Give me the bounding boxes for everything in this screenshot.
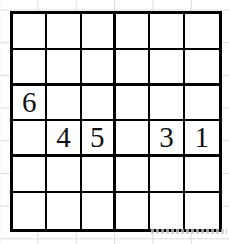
sudoku-board: 64531 — [10, 11, 222, 232]
cell-r6c5[interactable] — [150, 193, 184, 229]
cell-r5c1[interactable] — [13, 157, 47, 193]
cell-r6c6[interactable] — [185, 193, 219, 229]
cell-r1c1[interactable] — [13, 14, 47, 50]
cell-r6c4[interactable] — [116, 193, 150, 229]
cell-r3c6[interactable] — [185, 86, 219, 122]
cell-r4c4[interactable] — [116, 121, 150, 157]
cell-r3c4[interactable] — [116, 86, 150, 122]
cell-r4c2[interactable]: 4 — [47, 121, 81, 157]
cell-r5c4[interactable] — [116, 157, 150, 193]
cell-r1c2[interactable] — [47, 14, 81, 50]
cell-r1c6[interactable] — [185, 14, 219, 50]
cell-r6c3[interactable] — [82, 193, 116, 229]
cell-r2c5[interactable] — [150, 50, 184, 86]
cell-r6c2[interactable] — [47, 193, 81, 229]
cell-r2c3[interactable] — [82, 50, 116, 86]
cell-r1c4[interactable] — [116, 14, 150, 50]
cell-r4c5[interactable]: 3 — [150, 121, 184, 157]
cell-r2c1[interactable] — [13, 50, 47, 86]
cell-r2c6[interactable] — [185, 50, 219, 86]
cell-r1c3[interactable] — [82, 14, 116, 50]
cell-r4c6[interactable]: 1 — [185, 121, 219, 157]
cell-r3c3[interactable] — [82, 86, 116, 122]
cell-r3c1[interactable]: 6 — [13, 86, 47, 122]
cell-r5c5[interactable] — [150, 157, 184, 193]
cell-r5c2[interactable] — [47, 157, 81, 193]
spreadsheet-background: 64531 — [0, 0, 229, 244]
cell-r5c6[interactable] — [185, 157, 219, 193]
cell-r4c3[interactable]: 5 — [82, 121, 116, 157]
cell-r2c2[interactable] — [47, 50, 81, 86]
cell-r4c1[interactable] — [13, 121, 47, 157]
cell-r3c5[interactable] — [150, 86, 184, 122]
cell-r6c1[interactable] — [13, 193, 47, 229]
cell-r1c5[interactable] — [150, 14, 184, 50]
cell-r5c3[interactable] — [82, 157, 116, 193]
cell-r2c4[interactable] — [116, 50, 150, 86]
cell-r3c2[interactable] — [47, 86, 81, 122]
